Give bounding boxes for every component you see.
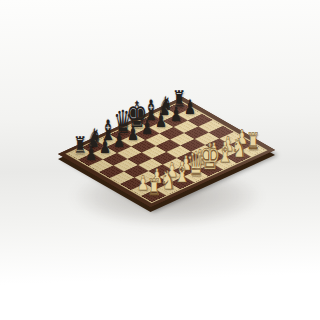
chess-set-product-photo: ♜♞♝♛♚♝♞♜♟♟♟♟♟♟♟♟♟♟♟♟♟♟♟♟♜♞♝♛♚♝♞♜ (0, 0, 320, 320)
